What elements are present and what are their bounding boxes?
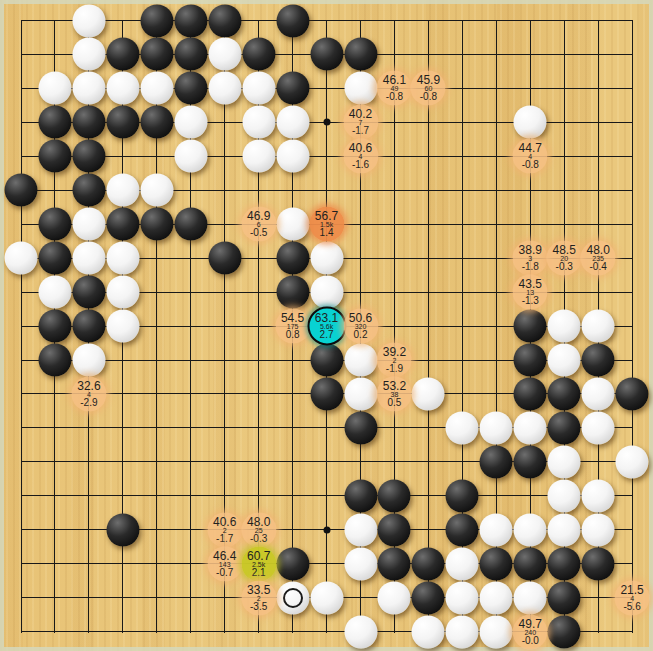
black-stone[interactable] bbox=[480, 547, 513, 580]
analysis-move-bubble[interactable]: 60.72.5k2.1 bbox=[241, 546, 276, 581]
white-stone[interactable] bbox=[106, 72, 139, 105]
white-stone[interactable] bbox=[582, 310, 615, 343]
white-stone[interactable] bbox=[480, 581, 513, 614]
white-stone[interactable] bbox=[446, 547, 479, 580]
white-stone[interactable] bbox=[106, 276, 139, 309]
score-label: 0.2 bbox=[354, 330, 368, 340]
white-stone[interactable] bbox=[72, 4, 105, 37]
black-stone[interactable] bbox=[106, 208, 139, 241]
score-label: -3.5 bbox=[250, 601, 267, 611]
white-stone[interactable] bbox=[310, 276, 343, 309]
white-stone[interactable] bbox=[242, 72, 275, 105]
black-stone[interactable] bbox=[38, 208, 71, 241]
white-stone[interactable] bbox=[514, 106, 547, 139]
white-stone[interactable] bbox=[72, 38, 105, 71]
analysis-move-bubble[interactable]: 33.52-3.5 bbox=[241, 580, 276, 615]
black-stone[interactable] bbox=[5, 174, 38, 207]
white-stone[interactable] bbox=[344, 72, 377, 105]
white-stone[interactable] bbox=[106, 242, 139, 275]
star-point bbox=[323, 119, 330, 126]
score-label: -1.9 bbox=[386, 364, 403, 374]
black-stone[interactable] bbox=[276, 547, 309, 580]
white-stone[interactable] bbox=[548, 445, 581, 478]
score-label: -0.4 bbox=[590, 262, 607, 272]
black-stone[interactable] bbox=[140, 4, 173, 37]
black-stone[interactable] bbox=[378, 547, 411, 580]
black-stone[interactable] bbox=[412, 547, 445, 580]
score-label: -0.8 bbox=[386, 92, 403, 102]
black-stone[interactable] bbox=[514, 445, 547, 478]
black-stone[interactable] bbox=[38, 344, 71, 377]
white-stone[interactable] bbox=[412, 615, 445, 648]
score-label: -1.7 bbox=[216, 533, 233, 543]
white-stone[interactable] bbox=[242, 140, 275, 173]
analysis-move-bubble[interactable]: 46.4143-0.7 bbox=[207, 546, 242, 581]
white-stone[interactable] bbox=[548, 310, 581, 343]
analysis-move-bubble[interactable]: 48.0235-0.4 bbox=[581, 241, 616, 276]
white-stone[interactable] bbox=[72, 72, 105, 105]
score-label: -0.5 bbox=[250, 228, 267, 238]
white-stone[interactable] bbox=[446, 615, 479, 648]
white-stone[interactable] bbox=[344, 344, 377, 377]
white-stone[interactable] bbox=[72, 208, 105, 241]
black-stone[interactable] bbox=[310, 377, 343, 410]
black-stone[interactable] bbox=[106, 38, 139, 71]
white-stone[interactable] bbox=[344, 513, 377, 546]
grid-line-horizontal bbox=[21, 20, 633, 21]
white-stone[interactable] bbox=[72, 242, 105, 275]
analysis-move-bubble[interactable]: 48.520-0.3 bbox=[547, 241, 582, 276]
grid-line-horizontal bbox=[21, 495, 633, 496]
black-stone[interactable] bbox=[514, 310, 547, 343]
black-stone[interactable] bbox=[310, 344, 343, 377]
white-stone[interactable] bbox=[616, 445, 649, 478]
black-stone[interactable] bbox=[72, 174, 105, 207]
white-stone[interactable] bbox=[480, 411, 513, 444]
white-stone[interactable] bbox=[514, 581, 547, 614]
white-stone[interactable] bbox=[446, 411, 479, 444]
analysis-move-bubble[interactable]: 32.64-2.9 bbox=[71, 376, 106, 411]
analysis-move-bubble[interactable]: 49.7240-0.0 bbox=[513, 614, 548, 649]
white-stone[interactable] bbox=[446, 581, 479, 614]
black-stone[interactable] bbox=[174, 72, 207, 105]
white-stone[interactable] bbox=[140, 174, 173, 207]
white-stone[interactable] bbox=[548, 479, 581, 512]
black-stone[interactable] bbox=[548, 377, 581, 410]
white-stone[interactable] bbox=[276, 140, 309, 173]
black-stone[interactable] bbox=[106, 106, 139, 139]
score-label: 1.4 bbox=[320, 228, 334, 238]
analysis-move-bubble[interactable]: 54.51750.8 bbox=[275, 309, 310, 344]
analysis-move-bubble[interactable]: 46.149-0.8 bbox=[377, 71, 412, 106]
black-stone[interactable] bbox=[72, 106, 105, 139]
black-stone[interactable] bbox=[548, 411, 581, 444]
analysis-move-bubble[interactable]: 48.025-0.3 bbox=[241, 512, 276, 547]
black-stone[interactable] bbox=[38, 106, 71, 139]
white-stone[interactable] bbox=[106, 310, 139, 343]
black-stone[interactable] bbox=[344, 479, 377, 512]
white-stone[interactable] bbox=[5, 242, 38, 275]
go-analysis-window: 46.149-0.845.960-0.840.27-1.740.64-1.644… bbox=[0, 0, 653, 651]
black-stone[interactable] bbox=[140, 38, 173, 71]
black-stone[interactable] bbox=[140, 106, 173, 139]
analysis-move-bubble[interactable]: 56.71.5k1.4 bbox=[309, 207, 344, 242]
star-point bbox=[323, 526, 330, 533]
white-stone[interactable] bbox=[378, 581, 411, 614]
black-stone[interactable] bbox=[174, 208, 207, 241]
white-stone[interactable] bbox=[582, 479, 615, 512]
white-stone[interactable] bbox=[548, 513, 581, 546]
white-stone[interactable] bbox=[582, 411, 615, 444]
analysis-move-bubble[interactable]: 43.513-1.3 bbox=[513, 275, 548, 310]
black-stone[interactable] bbox=[480, 445, 513, 478]
white-stone[interactable] bbox=[582, 377, 615, 410]
analysis-move-bubble[interactable]: 40.62-1.7 bbox=[207, 512, 242, 547]
black-stone[interactable] bbox=[582, 547, 615, 580]
score-label: -5.6 bbox=[623, 601, 640, 611]
black-stone[interactable] bbox=[276, 276, 309, 309]
black-stone[interactable] bbox=[378, 513, 411, 546]
black-stone[interactable] bbox=[72, 310, 105, 343]
analysis-move-bubble[interactable]: 45.960-0.8 bbox=[411, 71, 446, 106]
white-stone[interactable] bbox=[174, 140, 207, 173]
black-stone[interactable] bbox=[548, 615, 581, 648]
white-stone[interactable] bbox=[242, 106, 275, 139]
white-stone[interactable] bbox=[276, 106, 309, 139]
white-stone[interactable] bbox=[276, 208, 309, 241]
white-stone[interactable] bbox=[38, 276, 71, 309]
black-stone[interactable] bbox=[412, 581, 445, 614]
black-stone[interactable] bbox=[38, 140, 71, 173]
white-stone[interactable] bbox=[310, 242, 343, 275]
black-stone[interactable] bbox=[582, 344, 615, 377]
score-label: 0.5 bbox=[387, 397, 401, 407]
analysis-move-bubble[interactable]: 63.15.6k2.7 bbox=[307, 307, 346, 346]
score-label: 2.1 bbox=[252, 567, 266, 577]
white-stone[interactable] bbox=[208, 38, 241, 71]
last-move-marker bbox=[283, 588, 303, 608]
white-stone[interactable] bbox=[140, 72, 173, 105]
score-label: -0.3 bbox=[250, 533, 267, 543]
score-label: 0.8 bbox=[286, 330, 300, 340]
white-stone[interactable] bbox=[514, 411, 547, 444]
black-stone[interactable] bbox=[446, 513, 479, 546]
score-label: -1.6 bbox=[352, 160, 369, 170]
score-label: -1.3 bbox=[522, 296, 539, 306]
black-stone[interactable] bbox=[276, 72, 309, 105]
analysis-move-bubble[interactable]: 53.2380.5 bbox=[377, 376, 412, 411]
analysis-move-bubble[interactable]: 39.22-1.9 bbox=[377, 343, 412, 378]
analysis-move-bubble[interactable]: 50.63200.2 bbox=[343, 309, 378, 344]
grid-line-vertical bbox=[428, 21, 429, 633]
score-label: 2.7 bbox=[320, 330, 334, 340]
black-stone[interactable] bbox=[514, 344, 547, 377]
white-stone[interactable] bbox=[582, 513, 615, 546]
white-stone[interactable] bbox=[344, 615, 377, 648]
black-stone[interactable] bbox=[38, 310, 71, 343]
white-stone[interactable] bbox=[514, 513, 547, 546]
black-stone[interactable] bbox=[446, 479, 479, 512]
black-stone[interactable] bbox=[208, 242, 241, 275]
black-stone[interactable] bbox=[514, 547, 547, 580]
white-stone[interactable] bbox=[38, 72, 71, 105]
score-label: -1.7 bbox=[352, 126, 369, 136]
score-label: -0.8 bbox=[522, 160, 539, 170]
black-stone[interactable] bbox=[344, 38, 377, 71]
score-label: -1.8 bbox=[522, 262, 539, 272]
go-board[interactable]: 46.149-0.845.960-0.840.27-1.740.64-1.644… bbox=[0, 0, 653, 651]
black-stone[interactable] bbox=[242, 38, 275, 71]
black-stone[interactable] bbox=[174, 38, 207, 71]
white-stone[interactable] bbox=[548, 344, 581, 377]
white-stone[interactable] bbox=[480, 615, 513, 648]
black-stone[interactable] bbox=[378, 479, 411, 512]
black-stone[interactable] bbox=[72, 276, 105, 309]
black-stone[interactable] bbox=[514, 377, 547, 410]
white-stone[interactable] bbox=[344, 377, 377, 410]
white-stone[interactable] bbox=[344, 547, 377, 580]
score-label: -0.0 bbox=[522, 635, 539, 645]
black-stone[interactable] bbox=[106, 513, 139, 546]
black-stone[interactable] bbox=[276, 4, 309, 37]
analysis-move-bubble[interactable]: 44.74-0.8 bbox=[513, 139, 548, 174]
black-stone[interactable] bbox=[208, 4, 241, 37]
black-stone[interactable] bbox=[38, 242, 71, 275]
black-stone[interactable] bbox=[548, 581, 581, 614]
black-stone[interactable] bbox=[344, 411, 377, 444]
analysis-move-bubble[interactable]: 21.54-5.6 bbox=[615, 580, 650, 615]
black-stone[interactable] bbox=[310, 38, 343, 71]
white-stone[interactable] bbox=[412, 377, 445, 410]
grid-line-vertical bbox=[21, 21, 22, 633]
analysis-move-bubble[interactable]: 38.93-1.8 bbox=[513, 241, 548, 276]
score-label: -0.8 bbox=[420, 92, 437, 102]
white-stone[interactable] bbox=[480, 513, 513, 546]
black-stone[interactable] bbox=[548, 547, 581, 580]
white-stone[interactable] bbox=[174, 106, 207, 139]
white-stone[interactable] bbox=[208, 72, 241, 105]
black-stone[interactable] bbox=[276, 242, 309, 275]
white-stone[interactable] bbox=[106, 174, 139, 207]
analysis-move-bubble[interactable]: 46.96-0.5 bbox=[241, 207, 276, 242]
black-stone[interactable] bbox=[616, 377, 649, 410]
black-stone[interactable] bbox=[174, 4, 207, 37]
score-label: -0.3 bbox=[556, 262, 573, 272]
black-stone[interactable] bbox=[140, 208, 173, 241]
white-stone[interactable] bbox=[72, 344, 105, 377]
analysis-move-bubble[interactable]: 40.27-1.7 bbox=[343, 105, 378, 140]
score-label: -2.9 bbox=[80, 397, 97, 407]
score-label: -0.7 bbox=[216, 567, 233, 577]
white-stone[interactable] bbox=[310, 581, 343, 614]
analysis-move-bubble[interactable]: 40.64-1.6 bbox=[343, 139, 378, 174]
black-stone[interactable] bbox=[72, 140, 105, 173]
grid-line-vertical bbox=[632, 21, 633, 633]
